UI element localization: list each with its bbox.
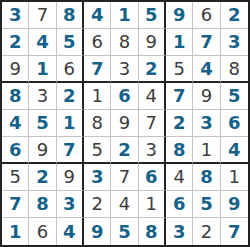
cell-r2c3[interactable]: 5 [57,29,84,56]
cell-r6c8[interactable]: 1 [193,137,220,164]
cell-r9c9[interactable]: 7 [221,218,248,245]
cell-r8c8[interactable]: 5 [193,191,220,218]
cell-r1c9[interactable]: 2 [221,2,248,29]
cell-r6c1[interactable]: 6 [2,137,29,164]
cell-r3c5[interactable]: 3 [111,56,138,83]
cell-r9c2[interactable]: 6 [29,218,56,245]
cell-r7c2[interactable]: 2 [29,164,56,191]
cell-r8c9[interactable]: 9 [221,191,248,218]
cell-r2c5[interactable]: 8 [111,29,138,56]
cell-r6c5[interactable]: 2 [111,137,138,164]
cell-r1c3[interactable]: 8 [57,2,84,29]
cell-r3c9[interactable]: 8 [221,56,248,83]
cell-r4c3[interactable]: 2 [57,83,84,110]
cell-r4c8[interactable]: 9 [193,83,220,110]
cell-r5c4[interactable]: 8 [84,110,111,137]
cell-r9c5[interactable]: 5 [111,218,138,245]
cell-r6c2[interactable]: 9 [29,137,56,164]
cell-r5c9[interactable]: 6 [221,110,248,137]
cell-r3c2[interactable]: 1 [29,56,56,83]
cell-r5c5[interactable]: 9 [111,110,138,137]
sudoku-board: 3784159622456891739167325488321647954518… [0,0,250,247]
cell-r2c6[interactable]: 9 [139,29,166,56]
cell-r2c7[interactable]: 1 [166,29,193,56]
cell-r5c7[interactable]: 2 [166,110,193,137]
cell-r2c9[interactable]: 3 [221,29,248,56]
cell-r6c3[interactable]: 7 [57,137,84,164]
cell-r4c5[interactable]: 6 [111,83,138,110]
cell-r8c4[interactable]: 2 [84,191,111,218]
cell-r1c7[interactable]: 9 [166,2,193,29]
cell-r9c6[interactable]: 8 [139,218,166,245]
cell-r4c7[interactable]: 7 [166,83,193,110]
cell-r7c9[interactable]: 1 [221,164,248,191]
cell-r9c8[interactable]: 2 [193,218,220,245]
cell-r5c6[interactable]: 7 [139,110,166,137]
cell-r8c6[interactable]: 1 [139,191,166,218]
cell-r6c9[interactable]: 4 [221,137,248,164]
cell-r5c2[interactable]: 5 [29,110,56,137]
cell-r3c4[interactable]: 7 [84,56,111,83]
cell-r3c3[interactable]: 6 [57,56,84,83]
cell-r8c7[interactable]: 6 [166,191,193,218]
cell-r9c4[interactable]: 9 [84,218,111,245]
cell-r7c5[interactable]: 7 [111,164,138,191]
cell-r5c1[interactable]: 4 [2,110,29,137]
cell-r3c8[interactable]: 4 [193,56,220,83]
cell-r9c7[interactable]: 3 [166,218,193,245]
cell-r1c5[interactable]: 1 [111,2,138,29]
cell-r7c8[interactable]: 8 [193,164,220,191]
cell-r7c7[interactable]: 4 [166,164,193,191]
cell-r3c6[interactable]: 2 [139,56,166,83]
cell-r2c1[interactable]: 2 [2,29,29,56]
cell-r9c3[interactable]: 4 [57,218,84,245]
cell-r8c1[interactable]: 7 [2,191,29,218]
cell-r9c1[interactable]: 1 [2,218,29,245]
cell-r4c9[interactable]: 5 [221,83,248,110]
cell-r4c4[interactable]: 1 [84,83,111,110]
cell-r1c1[interactable]: 3 [2,2,29,29]
cell-r1c8[interactable]: 6 [193,2,220,29]
cell-r5c3[interactable]: 1 [57,110,84,137]
cell-r2c8[interactable]: 7 [193,29,220,56]
cell-r8c2[interactable]: 8 [29,191,56,218]
cell-r8c3[interactable]: 3 [57,191,84,218]
cell-r7c6[interactable]: 6 [139,164,166,191]
cell-r4c1[interactable]: 8 [2,83,29,110]
cell-r6c7[interactable]: 8 [166,137,193,164]
cell-r1c4[interactable]: 4 [84,2,111,29]
cell-r3c7[interactable]: 5 [166,56,193,83]
cell-r4c2[interactable]: 3 [29,83,56,110]
cell-r7c4[interactable]: 3 [84,164,111,191]
cell-r7c1[interactable]: 5 [2,164,29,191]
cell-r2c2[interactable]: 4 [29,29,56,56]
cell-r4c6[interactable]: 4 [139,83,166,110]
cell-r1c6[interactable]: 5 [139,2,166,29]
cell-r8c5[interactable]: 4 [111,191,138,218]
cell-r7c3[interactable]: 9 [57,164,84,191]
cell-r5c8[interactable]: 3 [193,110,220,137]
cell-r2c4[interactable]: 6 [84,29,111,56]
cell-r6c4[interactable]: 5 [84,137,111,164]
cell-r6c6[interactable]: 3 [139,137,166,164]
cell-r1c2[interactable]: 7 [29,2,56,29]
cell-r3c1[interactable]: 9 [2,56,29,83]
